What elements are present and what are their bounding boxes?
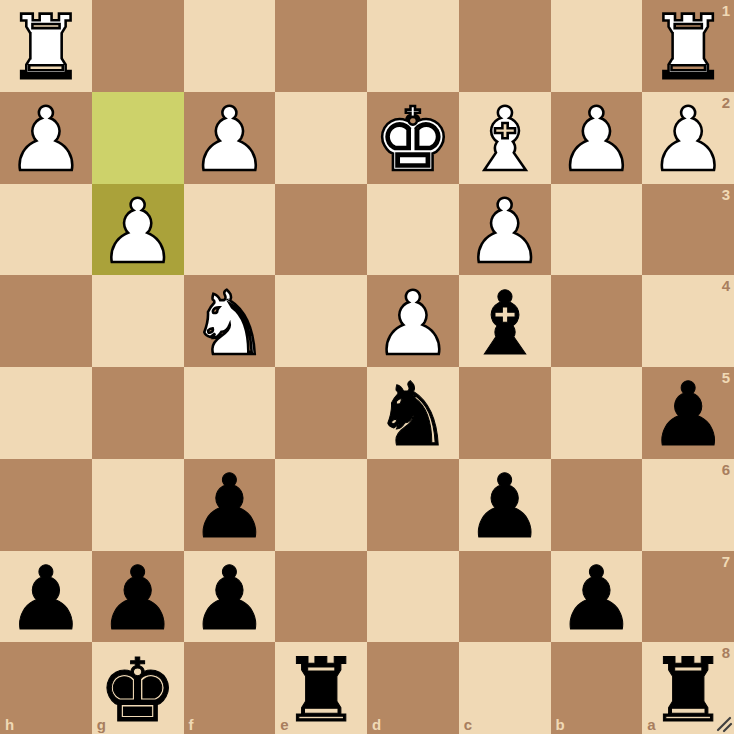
square-e7[interactable] <box>275 551 367 643</box>
square-b1[interactable] <box>551 0 643 92</box>
square-h4[interactable] <box>0 275 92 367</box>
square-c6[interactable]: ♟ <box>459 459 551 551</box>
square-e6[interactable] <box>275 459 367 551</box>
square-g1[interactable] <box>92 0 184 92</box>
square-e1[interactable] <box>275 0 367 92</box>
piece-white-rook[interactable]: ♜ <box>649 2 728 91</box>
piece-black-pawn[interactable]: ♟ <box>190 461 269 550</box>
square-h6[interactable] <box>0 459 92 551</box>
square-g7[interactable]: ♟ <box>92 551 184 643</box>
square-h3[interactable] <box>0 184 92 276</box>
coord-file-f: f <box>189 716 194 733</box>
piece-white-king[interactable]: ♚ <box>373 94 452 183</box>
piece-black-knight[interactable]: ♞ <box>373 369 452 458</box>
square-f6[interactable]: ♟ <box>184 459 276 551</box>
coord-file-h: h <box>5 716 14 733</box>
piece-white-pawn[interactable]: ♟ <box>465 186 544 275</box>
square-b3[interactable] <box>551 184 643 276</box>
square-f8[interactable]: f <box>184 642 276 734</box>
square-h1[interactable]: ♜ <box>0 0 92 92</box>
square-g6[interactable] <box>92 459 184 551</box>
square-f3[interactable] <box>184 184 276 276</box>
square-a6[interactable]: 6 <box>642 459 734 551</box>
piece-black-rook[interactable]: ♜ <box>282 645 361 734</box>
piece-white-pawn[interactable]: ♟ <box>98 186 177 275</box>
square-f2[interactable]: ♟ <box>184 92 276 184</box>
coord-rank-6: 6 <box>722 461 730 478</box>
square-e5[interactable] <box>275 367 367 459</box>
square-b2[interactable]: ♟ <box>551 92 643 184</box>
square-e4[interactable] <box>275 275 367 367</box>
piece-white-rook[interactable]: ♜ <box>6 2 85 91</box>
square-e8[interactable]: e♜ <box>275 642 367 734</box>
square-d1[interactable] <box>367 0 459 92</box>
piece-black-pawn[interactable]: ♟ <box>557 553 636 642</box>
piece-white-pawn[interactable]: ♟ <box>649 94 728 183</box>
square-b7[interactable]: ♟ <box>551 551 643 643</box>
square-g3[interactable]: ♟ <box>92 184 184 276</box>
coord-rank-3: 3 <box>722 186 730 203</box>
square-g4[interactable] <box>92 275 184 367</box>
square-a2[interactable]: 2♟ <box>642 92 734 184</box>
piece-black-pawn[interactable]: ♟ <box>649 369 728 458</box>
square-g2[interactable] <box>92 92 184 184</box>
square-d7[interactable] <box>367 551 459 643</box>
piece-black-pawn[interactable]: ♟ <box>465 461 544 550</box>
square-h8[interactable]: h <box>0 642 92 734</box>
square-c7[interactable] <box>459 551 551 643</box>
coord-file-b: b <box>556 716 565 733</box>
coord-file-c: c <box>464 716 472 733</box>
square-h2[interactable]: ♟ <box>0 92 92 184</box>
coord-file-d: d <box>372 716 381 733</box>
square-g5[interactable] <box>92 367 184 459</box>
square-a1[interactable]: 1♜ <box>642 0 734 92</box>
square-f4[interactable]: ♞ <box>184 275 276 367</box>
square-d3[interactable] <box>367 184 459 276</box>
piece-white-pawn[interactable]: ♟ <box>6 94 85 183</box>
piece-black-pawn[interactable]: ♟ <box>98 553 177 642</box>
coord-rank-4: 4 <box>722 277 730 294</box>
square-a5[interactable]: 5♟ <box>642 367 734 459</box>
square-f7[interactable]: ♟ <box>184 551 276 643</box>
piece-white-knight[interactable]: ♞ <box>190 278 269 367</box>
square-c2[interactable]: ♝ <box>459 92 551 184</box>
chess-board: ♜1♜♟♟♚♝♟2♟♟♟3♞♟♝4♞5♟♟♟6♟♟♟♟7hg♚fe♜dcb8a♜ <box>0 0 734 734</box>
piece-black-bishop[interactable]: ♝ <box>465 278 544 367</box>
square-g8[interactable]: g♚ <box>92 642 184 734</box>
square-e3[interactable] <box>275 184 367 276</box>
square-c4[interactable]: ♝ <box>459 275 551 367</box>
square-c1[interactable] <box>459 0 551 92</box>
piece-black-king[interactable]: ♚ <box>98 645 177 734</box>
piece-white-pawn[interactable]: ♟ <box>373 278 452 367</box>
square-f1[interactable] <box>184 0 276 92</box>
square-c3[interactable]: ♟ <box>459 184 551 276</box>
square-a7[interactable]: 7 <box>642 551 734 643</box>
square-d6[interactable] <box>367 459 459 551</box>
piece-black-pawn[interactable]: ♟ <box>6 553 85 642</box>
piece-white-pawn[interactable]: ♟ <box>557 94 636 183</box>
square-c5[interactable] <box>459 367 551 459</box>
square-h7[interactable]: ♟ <box>0 551 92 643</box>
square-c8[interactable]: c <box>459 642 551 734</box>
square-f5[interactable] <box>184 367 276 459</box>
square-b5[interactable] <box>551 367 643 459</box>
piece-black-pawn[interactable]: ♟ <box>190 553 269 642</box>
square-b6[interactable] <box>551 459 643 551</box>
square-a3[interactable]: 3 <box>642 184 734 276</box>
square-d5[interactable]: ♞ <box>367 367 459 459</box>
square-b8[interactable]: b <box>551 642 643 734</box>
square-b4[interactable] <box>551 275 643 367</box>
square-e2[interactable] <box>275 92 367 184</box>
square-h5[interactable] <box>0 367 92 459</box>
square-d8[interactable]: d <box>367 642 459 734</box>
square-d2[interactable]: ♚ <box>367 92 459 184</box>
piece-white-pawn[interactable]: ♟ <box>190 94 269 183</box>
square-a4[interactable]: 4 <box>642 275 734 367</box>
square-d4[interactable]: ♟ <box>367 275 459 367</box>
board-resize-handle[interactable] <box>711 711 733 733</box>
coord-rank-7: 7 <box>722 553 730 570</box>
piece-white-bishop[interactable]: ♝ <box>465 94 544 183</box>
